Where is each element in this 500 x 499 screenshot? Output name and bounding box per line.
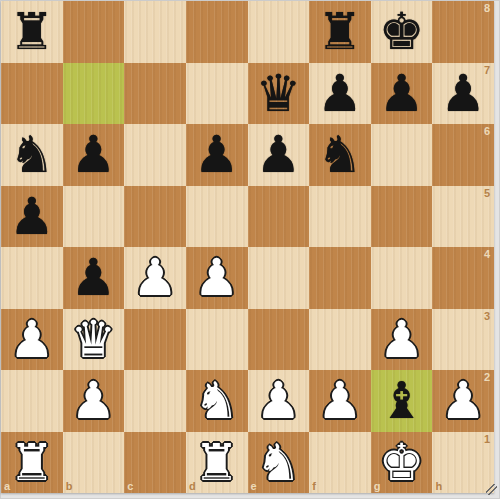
square-e1[interactable]: e♞ xyxy=(248,432,310,494)
square-b6[interactable]: ♟ xyxy=(63,124,125,186)
black-bishop[interactable]: ♝ xyxy=(371,370,433,432)
black-rook[interactable]: ♜ xyxy=(1,1,63,63)
square-c4[interactable]: ♟ xyxy=(124,247,186,309)
rank-label-8: 8 xyxy=(484,2,490,14)
file-label-h: h xyxy=(435,480,442,492)
black-king[interactable]: ♚ xyxy=(371,1,433,63)
square-h7[interactable]: 7♟ xyxy=(432,63,494,125)
square-f8[interactable]: ♜ xyxy=(309,1,371,63)
black-pawn[interactable]: ♟ xyxy=(63,124,125,186)
square-e4[interactable] xyxy=(248,247,310,309)
square-b8[interactable] xyxy=(63,1,125,63)
square-d8[interactable] xyxy=(186,1,248,63)
square-c8[interactable] xyxy=(124,1,186,63)
file-label-c: c xyxy=(127,480,133,492)
black-pawn[interactable]: ♟ xyxy=(309,63,371,125)
white-rook[interactable]: ♜ xyxy=(1,432,63,494)
resize-handle-icon[interactable] xyxy=(486,484,497,495)
black-pawn[interactable]: ♟ xyxy=(432,63,494,125)
square-g7[interactable]: ♟ xyxy=(371,63,433,125)
square-d4[interactable]: ♟ xyxy=(186,247,248,309)
square-h2[interactable]: 2♟ xyxy=(432,370,494,432)
square-h6[interactable]: 6 xyxy=(432,124,494,186)
square-g6[interactable] xyxy=(371,124,433,186)
square-c6[interactable] xyxy=(124,124,186,186)
square-b3[interactable]: ♛ xyxy=(63,309,125,371)
rank-label-6: 6 xyxy=(484,125,490,137)
square-a8[interactable]: ♜ xyxy=(1,1,63,63)
square-f2[interactable]: ♟ xyxy=(309,370,371,432)
square-e3[interactable] xyxy=(248,309,310,371)
square-c7[interactable] xyxy=(124,63,186,125)
square-g8[interactable]: ♚ xyxy=(371,1,433,63)
square-b4[interactable]: ♟ xyxy=(63,247,125,309)
rank-label-1: 1 xyxy=(484,433,490,445)
file-label-f: f xyxy=(312,480,316,492)
white-pawn[interactable]: ♟ xyxy=(371,309,433,371)
square-a4[interactable] xyxy=(1,247,63,309)
square-g4[interactable] xyxy=(371,247,433,309)
white-pawn[interactable]: ♟ xyxy=(186,247,248,309)
square-h5[interactable]: 5 xyxy=(432,186,494,248)
file-label-b: b xyxy=(66,480,73,492)
rank-label-4: 4 xyxy=(484,248,490,260)
rank-label-5: 5 xyxy=(484,187,490,199)
square-d6[interactable]: ♟ xyxy=(186,124,248,186)
square-d5[interactable] xyxy=(186,186,248,248)
square-f6[interactable]: ♞ xyxy=(309,124,371,186)
square-a3[interactable]: ♟ xyxy=(1,309,63,371)
square-f4[interactable] xyxy=(309,247,371,309)
square-c3[interactable] xyxy=(124,309,186,371)
black-pawn[interactable]: ♟ xyxy=(63,247,125,309)
square-h8[interactable]: 8 xyxy=(432,1,494,63)
black-pawn[interactable]: ♟ xyxy=(186,124,248,186)
square-g3[interactable]: ♟ xyxy=(371,309,433,371)
square-a1[interactable]: a♜ xyxy=(1,432,63,494)
square-h4[interactable]: 4 xyxy=(432,247,494,309)
white-king[interactable]: ♚ xyxy=(371,432,433,494)
black-pawn[interactable]: ♟ xyxy=(371,63,433,125)
square-f7[interactable]: ♟ xyxy=(309,63,371,125)
square-d7[interactable] xyxy=(186,63,248,125)
white-pawn[interactable]: ♟ xyxy=(1,309,63,371)
board-frame: ♜♜♚8♛♟♟7♟♞♟♟♟♞6♟5♟♟♟4♟♛♟3♟♞♟♟♝2♟a♜bcd♜e♞… xyxy=(0,0,500,499)
white-pawn[interactable]: ♟ xyxy=(63,370,125,432)
square-g1[interactable]: g♚ xyxy=(371,432,433,494)
square-g5[interactable] xyxy=(371,186,433,248)
black-pawn[interactable]: ♟ xyxy=(248,124,310,186)
square-b5[interactable] xyxy=(63,186,125,248)
chess-board: ♜♜♚8♛♟♟7♟♞♟♟♟♞6♟5♟♟♟4♟♛♟3♟♞♟♟♝2♟a♜bcd♜e♞… xyxy=(1,1,494,493)
square-e8[interactable] xyxy=(248,1,310,63)
black-queen[interactable]: ♛ xyxy=(248,63,310,125)
square-d3[interactable] xyxy=(186,309,248,371)
square-a5[interactable]: ♟ xyxy=(1,186,63,248)
white-queen[interactable]: ♛ xyxy=(63,309,125,371)
square-a6[interactable]: ♞ xyxy=(1,124,63,186)
black-pawn[interactable]: ♟ xyxy=(1,186,63,248)
white-pawn[interactable]: ♟ xyxy=(248,370,310,432)
black-knight[interactable]: ♞ xyxy=(1,124,63,186)
white-pawn[interactable]: ♟ xyxy=(124,247,186,309)
square-d2[interactable]: ♞ xyxy=(186,370,248,432)
square-b1[interactable]: b xyxy=(63,432,125,494)
square-f1[interactable]: f xyxy=(309,432,371,494)
white-pawn[interactable]: ♟ xyxy=(309,370,371,432)
square-c1[interactable]: c xyxy=(124,432,186,494)
square-b7[interactable] xyxy=(63,63,125,125)
square-e5[interactable] xyxy=(248,186,310,248)
black-rook[interactable]: ♜ xyxy=(309,1,371,63)
square-a2[interactable] xyxy=(1,370,63,432)
square-a7[interactable] xyxy=(1,63,63,125)
square-h3[interactable]: 3 xyxy=(432,309,494,371)
square-b2[interactable]: ♟ xyxy=(63,370,125,432)
square-g2[interactable]: ♝ xyxy=(371,370,433,432)
square-e6[interactable]: ♟ xyxy=(248,124,310,186)
square-f5[interactable] xyxy=(309,186,371,248)
square-f3[interactable] xyxy=(309,309,371,371)
square-e2[interactable]: ♟ xyxy=(248,370,310,432)
white-pawn[interactable]: ♟ xyxy=(432,370,494,432)
square-d1[interactable]: d♜ xyxy=(186,432,248,494)
white-knight[interactable]: ♞ xyxy=(186,370,248,432)
white-knight[interactable]: ♞ xyxy=(248,432,310,494)
white-rook[interactable]: ♜ xyxy=(186,432,248,494)
black-knight[interactable]: ♞ xyxy=(309,124,371,186)
square-c2[interactable] xyxy=(124,370,186,432)
square-h1[interactable]: 1h xyxy=(432,432,494,494)
rank-label-3: 3 xyxy=(484,310,490,322)
square-c5[interactable] xyxy=(124,186,186,248)
square-e7[interactable]: ♛ xyxy=(248,63,310,125)
